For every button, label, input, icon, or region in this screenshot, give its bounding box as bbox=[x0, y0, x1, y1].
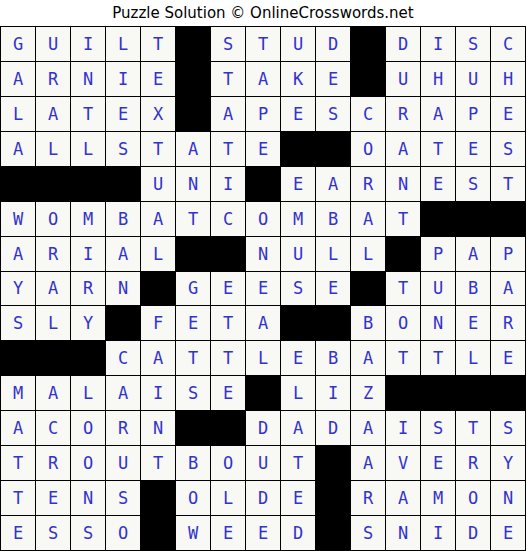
letter-cell: E bbox=[211, 376, 245, 410]
letter-cell: R bbox=[36, 446, 70, 480]
letter-cell: E bbox=[176, 306, 210, 340]
letter-cell: B bbox=[176, 446, 210, 480]
letter-cell: A bbox=[1, 132, 35, 166]
letter-cell: I bbox=[211, 167, 245, 201]
letter-cell: T bbox=[211, 341, 245, 375]
black-cell bbox=[316, 132, 350, 166]
letter-cell: I bbox=[71, 27, 105, 61]
letter-cell: L bbox=[106, 27, 140, 61]
black-cell bbox=[176, 97, 210, 131]
letter-cell: U bbox=[281, 27, 315, 61]
black-cell bbox=[211, 237, 245, 271]
letter-cell: N bbox=[106, 272, 140, 306]
letter-cell: E bbox=[316, 272, 350, 306]
letter-cell: S bbox=[176, 376, 210, 410]
letter-cell: E bbox=[246, 516, 280, 550]
letter-cell: N bbox=[141, 411, 175, 445]
letter-cell: U bbox=[36, 27, 70, 61]
letter-cell: C bbox=[106, 341, 140, 375]
letter-cell: E bbox=[456, 306, 490, 340]
black-cell bbox=[71, 341, 105, 375]
letter-cell: A bbox=[351, 411, 385, 445]
letter-cell: T bbox=[246, 27, 280, 61]
letter-cell: E bbox=[1, 516, 35, 550]
letter-cell: M bbox=[71, 202, 105, 236]
black-cell bbox=[106, 306, 140, 340]
letter-cell: O bbox=[211, 446, 245, 480]
page-title: Puzzle Solution © OnlineCrosswords.net bbox=[112, 4, 413, 22]
letter-cell: I bbox=[421, 27, 455, 61]
letter-cell: M bbox=[281, 202, 315, 236]
letter-cell: U bbox=[421, 272, 455, 306]
letter-cell: I bbox=[141, 376, 175, 410]
letter-cell: U bbox=[456, 62, 490, 96]
letter-cell: A bbox=[36, 97, 70, 131]
letter-cell: A bbox=[421, 97, 455, 131]
letter-cell: E bbox=[211, 272, 245, 306]
letter-cell: W bbox=[1, 202, 35, 236]
letter-cell: U bbox=[386, 62, 420, 96]
letter-cell: T bbox=[211, 132, 245, 166]
letter-cell: K bbox=[281, 62, 315, 96]
letter-cell: T bbox=[211, 306, 245, 340]
letter-cell: T bbox=[1, 446, 35, 480]
letter-cell: R bbox=[491, 306, 525, 340]
letter-cell: L bbox=[316, 237, 350, 271]
letter-cell: T bbox=[421, 132, 455, 166]
letter-cell: P bbox=[491, 237, 525, 271]
letter-cell: E bbox=[141, 62, 175, 96]
letter-cell: E bbox=[36, 481, 70, 515]
black-cell bbox=[421, 202, 455, 236]
letter-cell: H bbox=[421, 62, 455, 96]
letter-cell: T bbox=[386, 202, 420, 236]
letter-cell: O bbox=[71, 446, 105, 480]
letter-cell: A bbox=[1, 411, 35, 445]
black-cell bbox=[386, 376, 420, 410]
letter-cell: M bbox=[421, 481, 455, 515]
letter-cell: S bbox=[456, 27, 490, 61]
letter-cell: A bbox=[36, 272, 70, 306]
letter-cell: T bbox=[141, 132, 175, 166]
letter-cell: O bbox=[36, 202, 70, 236]
letter-cell: I bbox=[71, 237, 105, 271]
letter-cell: N bbox=[176, 167, 210, 201]
letter-cell: U bbox=[281, 237, 315, 271]
letter-cell: A bbox=[351, 202, 385, 236]
letter-cell: A bbox=[351, 341, 385, 375]
letter-cell: O bbox=[71, 411, 105, 445]
letter-cell: R bbox=[106, 411, 140, 445]
black-cell bbox=[456, 376, 490, 410]
letter-cell: T bbox=[176, 202, 210, 236]
letter-cell: O bbox=[246, 202, 280, 236]
letter-cell: R bbox=[36, 237, 70, 271]
letter-cell: N bbox=[491, 481, 525, 515]
letter-cell: C bbox=[351, 97, 385, 131]
black-cell bbox=[316, 516, 350, 550]
black-cell bbox=[246, 376, 280, 410]
black-cell bbox=[141, 272, 175, 306]
black-cell bbox=[456, 202, 490, 236]
letter-cell: T bbox=[71, 97, 105, 131]
letter-cell: S bbox=[106, 132, 140, 166]
letter-cell: S bbox=[211, 27, 245, 61]
letter-cell: G bbox=[1, 27, 35, 61]
letter-cell: A bbox=[491, 272, 525, 306]
black-cell bbox=[176, 27, 210, 61]
letter-cell: B bbox=[316, 202, 350, 236]
letter-cell: S bbox=[316, 97, 350, 131]
black-cell bbox=[211, 411, 245, 445]
letter-cell: T bbox=[281, 446, 315, 480]
black-cell bbox=[176, 411, 210, 445]
black-cell bbox=[281, 132, 315, 166]
puzzle-solution-page: Puzzle Solution © OnlineCrosswords.net G… bbox=[0, 0, 526, 551]
letter-cell: Z bbox=[351, 376, 385, 410]
black-cell bbox=[316, 306, 350, 340]
black-cell bbox=[351, 272, 385, 306]
letter-cell: C bbox=[211, 202, 245, 236]
letter-cell: T bbox=[141, 446, 175, 480]
letter-cell: N bbox=[386, 167, 420, 201]
letter-cell: A bbox=[141, 341, 175, 375]
letter-cell: T bbox=[456, 411, 490, 445]
letter-cell: M bbox=[1, 376, 35, 410]
letter-cell: Y bbox=[71, 306, 105, 340]
letter-cell: D bbox=[316, 27, 350, 61]
letter-cell: S bbox=[491, 132, 525, 166]
letter-cell: A bbox=[246, 62, 280, 96]
letter-cell: T bbox=[211, 62, 245, 96]
letter-cell: R bbox=[36, 62, 70, 96]
letter-cell: T bbox=[141, 27, 175, 61]
letter-cell: T bbox=[1, 481, 35, 515]
letter-cell: A bbox=[36, 376, 70, 410]
letter-cell: S bbox=[36, 516, 70, 550]
letter-cell: E bbox=[421, 446, 455, 480]
letter-cell: F bbox=[141, 306, 175, 340]
letter-cell: E bbox=[491, 341, 525, 375]
letter-cell: L bbox=[351, 237, 385, 271]
letter-cell: U bbox=[141, 167, 175, 201]
letter-cell: L bbox=[246, 341, 280, 375]
letter-cell: A bbox=[386, 132, 420, 166]
letter-cell: A bbox=[386, 481, 420, 515]
letter-cell: E bbox=[281, 341, 315, 375]
letter-cell: E bbox=[211, 516, 245, 550]
letter-cell: L bbox=[36, 132, 70, 166]
letter-cell: S bbox=[456, 167, 490, 201]
letter-cell: T bbox=[421, 341, 455, 375]
black-cell bbox=[316, 481, 350, 515]
letter-cell: A bbox=[316, 167, 350, 201]
letter-cell: A bbox=[106, 237, 140, 271]
letter-cell: R bbox=[386, 97, 420, 131]
letter-cell: O bbox=[386, 306, 420, 340]
letter-cell: H bbox=[491, 62, 525, 96]
letter-cell: A bbox=[456, 237, 490, 271]
black-cell bbox=[71, 167, 105, 201]
letter-cell: E bbox=[456, 132, 490, 166]
black-cell bbox=[176, 62, 210, 96]
letter-cell: O bbox=[106, 516, 140, 550]
letter-cell: A bbox=[351, 446, 385, 480]
letter-cell: D bbox=[281, 516, 315, 550]
letter-cell: W bbox=[176, 516, 210, 550]
letter-cell: R bbox=[351, 167, 385, 201]
black-cell bbox=[281, 306, 315, 340]
letter-cell: A bbox=[176, 132, 210, 166]
letter-cell: O bbox=[456, 481, 490, 515]
letter-cell: A bbox=[1, 237, 35, 271]
letter-cell: P bbox=[246, 97, 280, 131]
letter-cell: S bbox=[421, 411, 455, 445]
letter-cell: C bbox=[36, 411, 70, 445]
letter-cell: L bbox=[1, 97, 35, 131]
black-cell bbox=[1, 167, 35, 201]
letter-cell: Y bbox=[491, 446, 525, 480]
black-cell bbox=[176, 237, 210, 271]
black-cell bbox=[491, 202, 525, 236]
letter-cell: E bbox=[281, 167, 315, 201]
black-cell bbox=[141, 481, 175, 515]
black-cell bbox=[106, 167, 140, 201]
letter-cell: L bbox=[141, 237, 175, 271]
letter-cell: T bbox=[386, 272, 420, 306]
black-cell bbox=[421, 376, 455, 410]
letter-cell: T bbox=[491, 167, 525, 201]
letter-cell: I bbox=[386, 411, 420, 445]
letter-cell: E bbox=[246, 132, 280, 166]
letter-cell: L bbox=[211, 481, 245, 515]
letter-cell: B bbox=[456, 272, 490, 306]
letter-cell: L bbox=[71, 376, 105, 410]
letter-cell: R bbox=[71, 272, 105, 306]
letter-cell: A bbox=[281, 411, 315, 445]
letter-cell: C bbox=[491, 27, 525, 61]
letter-cell: D bbox=[386, 27, 420, 61]
letter-cell: R bbox=[456, 446, 490, 480]
title-bar: Puzzle Solution © OnlineCrosswords.net bbox=[0, 0, 526, 26]
letter-cell: A bbox=[106, 376, 140, 410]
letter-cell: D bbox=[246, 481, 280, 515]
black-cell bbox=[141, 516, 175, 550]
letter-cell: N bbox=[386, 516, 420, 550]
letter-cell: G bbox=[176, 272, 210, 306]
letter-cell: A bbox=[1, 62, 35, 96]
black-cell bbox=[36, 341, 70, 375]
letter-cell: B bbox=[106, 202, 140, 236]
letter-cell: T bbox=[386, 341, 420, 375]
letter-cell: T bbox=[176, 341, 210, 375]
letter-cell: B bbox=[316, 341, 350, 375]
letter-cell: P bbox=[421, 237, 455, 271]
letter-cell: U bbox=[246, 446, 280, 480]
letter-cell: E bbox=[316, 62, 350, 96]
letter-cell: S bbox=[351, 516, 385, 550]
letter-cell: A bbox=[246, 306, 280, 340]
letter-cell: Y bbox=[1, 272, 35, 306]
letter-cell: S bbox=[71, 516, 105, 550]
letter-cell: E bbox=[246, 272, 280, 306]
crossword-grid: GUILTSTUDDISCARNIETAKEUHUHLATEXAPESCRAPE… bbox=[0, 26, 526, 551]
black-cell bbox=[491, 376, 525, 410]
letter-cell: E bbox=[491, 97, 525, 131]
letter-cell: E bbox=[421, 167, 455, 201]
letter-cell: L bbox=[456, 341, 490, 375]
letter-cell: N bbox=[421, 306, 455, 340]
letter-cell: E bbox=[281, 97, 315, 131]
letter-cell: U bbox=[106, 446, 140, 480]
letter-cell: S bbox=[1, 306, 35, 340]
letter-cell: D bbox=[316, 411, 350, 445]
letter-cell: B bbox=[351, 306, 385, 340]
letter-cell: S bbox=[491, 411, 525, 445]
black-cell bbox=[351, 27, 385, 61]
letter-cell: E bbox=[106, 97, 140, 131]
black-cell bbox=[1, 341, 35, 375]
letter-cell: A bbox=[211, 97, 245, 131]
letter-cell: I bbox=[421, 516, 455, 550]
letter-cell: P bbox=[456, 97, 490, 131]
letter-cell: N bbox=[246, 237, 280, 271]
letter-cell: A bbox=[141, 202, 175, 236]
letter-cell: X bbox=[141, 97, 175, 131]
letter-cell: D bbox=[246, 411, 280, 445]
letter-cell: N bbox=[71, 62, 105, 96]
letter-cell: R bbox=[351, 481, 385, 515]
black-cell bbox=[316, 446, 350, 480]
black-cell bbox=[351, 62, 385, 96]
letter-cell: I bbox=[316, 376, 350, 410]
letter-cell: L bbox=[36, 306, 70, 340]
letter-cell: E bbox=[281, 481, 315, 515]
black-cell bbox=[36, 167, 70, 201]
letter-cell: V bbox=[386, 446, 420, 480]
letter-cell: L bbox=[281, 376, 315, 410]
letter-cell: O bbox=[176, 481, 210, 515]
black-cell bbox=[386, 237, 420, 271]
letter-cell: E bbox=[491, 516, 525, 550]
black-cell bbox=[246, 167, 280, 201]
letter-cell: D bbox=[456, 516, 490, 550]
letter-cell: N bbox=[71, 481, 105, 515]
letter-cell: S bbox=[106, 481, 140, 515]
letter-cell: O bbox=[351, 132, 385, 166]
letter-cell: L bbox=[71, 132, 105, 166]
letter-cell: S bbox=[281, 272, 315, 306]
letter-cell: I bbox=[106, 62, 140, 96]
